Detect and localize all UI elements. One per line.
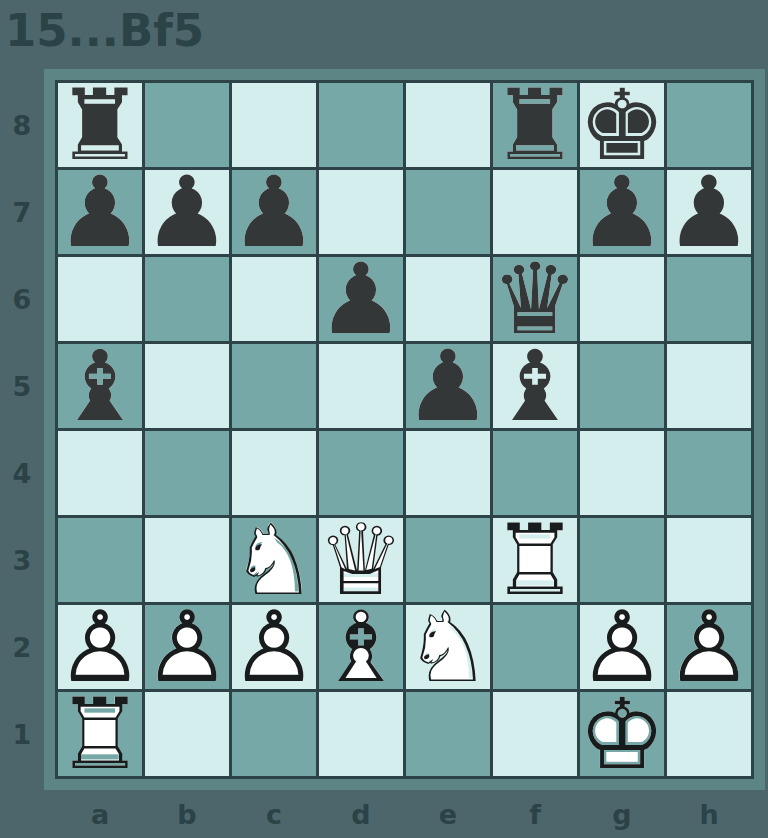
square-a1[interactable]: ♜♖ [58, 692, 142, 776]
piece-black-bishop[interactable]: ♝♝ [58, 344, 142, 428]
file-label-h: h [667, 794, 751, 834]
piece-white-pawn[interactable]: ♟♙ [232, 605, 316, 689]
piece-glyph-layer: ♘ [406, 605, 490, 689]
piece-glyph-layer: ♔ [580, 692, 664, 776]
piece-glyph-layer: ♟ [232, 170, 316, 254]
piece-glyph-layer: ♙ [667, 605, 751, 689]
square-b2[interactable]: ♟♙ [145, 605, 229, 689]
square-b7[interactable]: ♟♟ [145, 170, 229, 254]
piece-white-pawn[interactable]: ♟♙ [145, 605, 229, 689]
square-d1[interactable] [319, 692, 403, 776]
square-f8[interactable]: ♜♜ [493, 83, 577, 167]
file-label-c: c [232, 794, 316, 834]
piece-white-king[interactable]: ♚♔ [580, 692, 664, 776]
square-h1[interactable] [667, 692, 751, 776]
chess-board: ♜♜♜♜♚♚♟♟♟♟♟♟♟♟♟♟♟♟♛♛♝♝♟♟♝♝♞♘♛♕♜♖♟♙♟♙♟♙♝♗… [55, 80, 754, 779]
piece-white-knight[interactable]: ♞♘ [406, 605, 490, 689]
piece-glyph-layer: ♟ [406, 344, 490, 428]
square-c7[interactable]: ♟♟ [232, 170, 316, 254]
square-c5[interactable] [232, 344, 316, 428]
square-f1[interactable] [493, 692, 577, 776]
square-g7[interactable]: ♟♟ [580, 170, 664, 254]
square-e4[interactable] [406, 431, 490, 515]
rank-label-8: 8 [0, 83, 44, 167]
square-h6[interactable] [667, 257, 751, 341]
piece-black-pawn[interactable]: ♟♟ [232, 170, 316, 254]
piece-black-pawn[interactable]: ♟♟ [319, 257, 403, 341]
rank-label-4: 4 [0, 431, 44, 515]
square-g6[interactable] [580, 257, 664, 341]
square-d5[interactable] [319, 344, 403, 428]
file-label-e: e [406, 794, 490, 834]
square-b4[interactable] [145, 431, 229, 515]
square-f2[interactable] [493, 605, 577, 689]
file-label-b: b [145, 794, 229, 834]
rank-label-1: 1 [0, 692, 44, 776]
square-e2[interactable]: ♞♘ [406, 605, 490, 689]
piece-glyph-layer: ♟ [580, 170, 664, 254]
piece-glyph-layer: ♖ [58, 692, 142, 776]
piece-glyph-layer: ♟ [667, 170, 751, 254]
square-e5[interactable]: ♟♟ [406, 344, 490, 428]
piece-glyph-layer: ♗ [319, 605, 403, 689]
file-labels: abcdefgh [58, 794, 751, 834]
piece-glyph-layer: ♙ [145, 605, 229, 689]
square-d2[interactable]: ♝♗ [319, 605, 403, 689]
square-h2[interactable]: ♟♙ [667, 605, 751, 689]
piece-white-rook[interactable]: ♜♖ [493, 518, 577, 602]
square-h7[interactable]: ♟♟ [667, 170, 751, 254]
file-label-a: a [58, 794, 142, 834]
square-g4[interactable] [580, 431, 664, 515]
square-a4[interactable] [58, 431, 142, 515]
square-a5[interactable]: ♝♝ [58, 344, 142, 428]
square-c1[interactable] [232, 692, 316, 776]
square-a7[interactable]: ♟♟ [58, 170, 142, 254]
board-frame: ♜♜♜♜♚♚♟♟♟♟♟♟♟♟♟♟♟♟♛♛♝♝♟♟♝♝♞♘♛♕♜♖♟♙♟♙♟♙♝♗… [44, 69, 765, 790]
square-b5[interactable] [145, 344, 229, 428]
rank-labels: 87654321 [0, 83, 44, 776]
square-d6[interactable]: ♟♟ [319, 257, 403, 341]
piece-white-pawn[interactable]: ♟♙ [667, 605, 751, 689]
piece-black-pawn[interactable]: ♟♟ [580, 170, 664, 254]
rank-label-3: 3 [0, 518, 44, 602]
piece-glyph-layer: ♟ [145, 170, 229, 254]
rank-label-7: 7 [0, 170, 44, 254]
piece-black-rook[interactable]: ♜♜ [493, 83, 577, 167]
piece-black-pawn[interactable]: ♟♟ [145, 170, 229, 254]
move-title: 15...Bf5 [5, 8, 204, 53]
square-g1[interactable]: ♚♔ [580, 692, 664, 776]
piece-glyph-layer: ♝ [58, 344, 142, 428]
piece-glyph-layer: ♝ [493, 344, 577, 428]
piece-black-pawn[interactable]: ♟♟ [667, 170, 751, 254]
rank-label-5: 5 [0, 344, 44, 428]
piece-glyph-layer: ♖ [493, 518, 577, 602]
square-c6[interactable] [232, 257, 316, 341]
piece-black-pawn[interactable]: ♟♟ [58, 170, 142, 254]
square-e7[interactable] [406, 170, 490, 254]
square-h5[interactable] [667, 344, 751, 428]
piece-glyph-layer: ♜ [493, 83, 577, 167]
square-c2[interactable]: ♟♙ [232, 605, 316, 689]
piece-black-pawn[interactable]: ♟♟ [406, 344, 490, 428]
square-g5[interactable] [580, 344, 664, 428]
file-label-f: f [493, 794, 577, 834]
square-d8[interactable] [319, 83, 403, 167]
file-label-g: g [580, 794, 664, 834]
rank-label-2: 2 [0, 605, 44, 689]
piece-black-bishop[interactable]: ♝♝ [493, 344, 577, 428]
square-e8[interactable] [406, 83, 490, 167]
piece-white-rook[interactable]: ♜♖ [58, 692, 142, 776]
square-b1[interactable] [145, 692, 229, 776]
square-h4[interactable] [667, 431, 751, 515]
square-f3[interactable]: ♜♖ [493, 518, 577, 602]
piece-glyph-layer: ♟ [58, 170, 142, 254]
piece-glyph-layer: ♟ [319, 257, 403, 341]
square-f5[interactable]: ♝♝ [493, 344, 577, 428]
piece-glyph-layer: ♙ [232, 605, 316, 689]
rank-label-6: 6 [0, 257, 44, 341]
square-e1[interactable] [406, 692, 490, 776]
file-label-d: d [319, 794, 403, 834]
piece-white-bishop[interactable]: ♝♗ [319, 605, 403, 689]
square-b6[interactable] [145, 257, 229, 341]
